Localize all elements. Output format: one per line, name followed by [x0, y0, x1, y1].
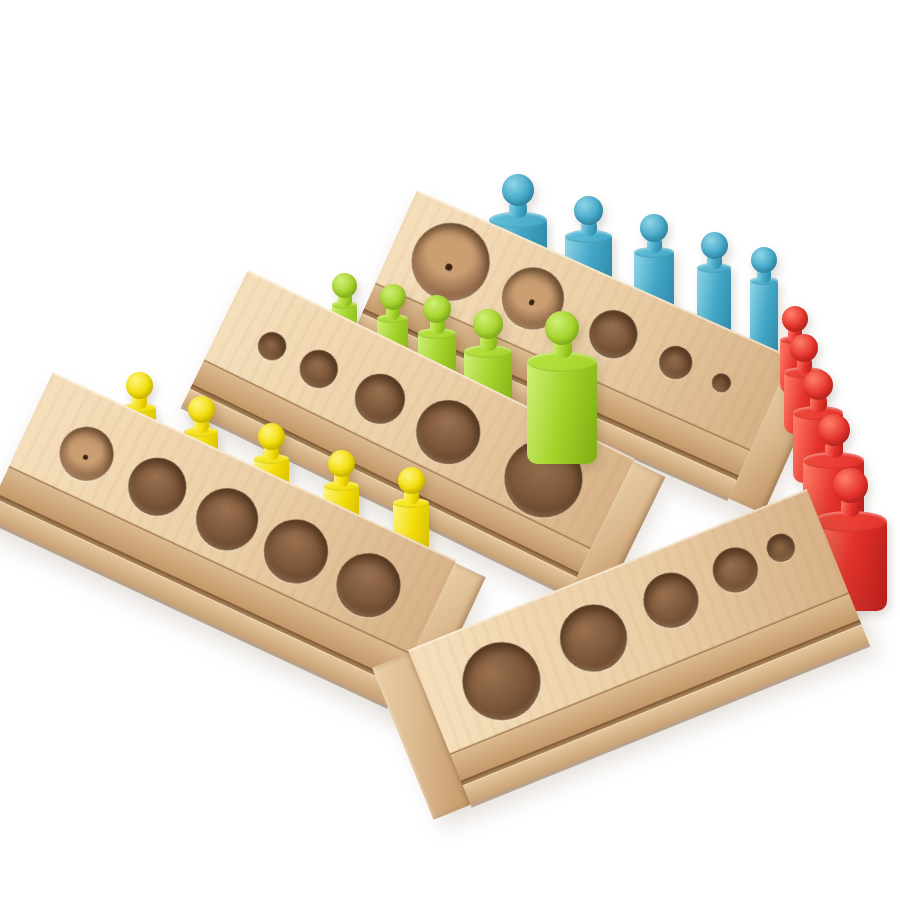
block-hole	[763, 530, 799, 566]
scene	[0, 0, 900, 900]
product-photo	[0, 0, 900, 900]
block-hole	[582, 303, 645, 366]
green-cylinder-1-knob-neck	[338, 292, 352, 307]
yellow-cylinder-1-knob	[126, 372, 153, 399]
block-hole	[549, 594, 636, 681]
red-cylinder-4-knob	[818, 414, 850, 446]
blue-cylinder-4-knob-neck	[707, 253, 722, 269]
block-hole	[51, 418, 123, 490]
blue-cylinder-2-knob-neck	[581, 219, 597, 236]
block-hole	[654, 340, 698, 384]
hole-peg-dot	[528, 299, 535, 306]
block-hole	[326, 543, 411, 628]
block-hole	[346, 365, 413, 432]
red-cylinder-5-knob-neck	[841, 497, 860, 517]
hole-peg-dot	[444, 262, 453, 271]
blue-cylinder-5-knob	[751, 247, 777, 273]
blue-cylinder-4-top	[697, 263, 731, 273]
red-cylinder-1-knob	[782, 306, 808, 332]
block-hole	[405, 389, 491, 475]
blue-cylinder-3-top	[634, 247, 674, 258]
hole-peg-dot	[82, 454, 89, 461]
blue-cylinder-3-knob	[640, 214, 668, 242]
blue-cylinder-2-knob	[574, 196, 603, 225]
blue-cylinder-1-knob	[502, 174, 534, 206]
blue-cylinder-2-top	[565, 230, 612, 243]
block-hole	[186, 478, 268, 560]
block-hole	[705, 540, 764, 599]
green-cylinder-1-knob	[332, 273, 357, 298]
red-cylinder-5-top	[813, 511, 887, 532]
blue-cylinder-4-knob	[701, 232, 728, 259]
block-hole	[399, 210, 502, 313]
yellow-cylinder-1-knob-neck	[132, 393, 147, 409]
blue-cylinder-5-knob-neck	[757, 267, 771, 283]
red-cylinder-2-knob	[790, 334, 818, 362]
red-cylinder-5-knob	[833, 468, 868, 503]
red-cylinder-1-knob-neck	[788, 326, 802, 342]
blue-cylinder-1-knob-neck	[509, 200, 527, 218]
green-cylinder-1-top	[332, 301, 357, 309]
block-hole	[119, 448, 196, 525]
block-hole	[253, 509, 338, 594]
blue-cylinder-5-top	[750, 277, 778, 285]
block-hole	[253, 328, 290, 365]
red-cylinder-4-top	[803, 452, 864, 469]
block-hole	[492, 258, 574, 340]
red-cylinder-1-top	[780, 336, 810, 344]
blue-cylinder-3-knob-neck	[647, 236, 662, 253]
block-hole	[293, 344, 344, 395]
block-hole	[635, 564, 707, 636]
block-hole	[451, 630, 553, 732]
red-cylinder-4-knob-neck	[825, 440, 843, 458]
block-hole	[709, 370, 734, 395]
